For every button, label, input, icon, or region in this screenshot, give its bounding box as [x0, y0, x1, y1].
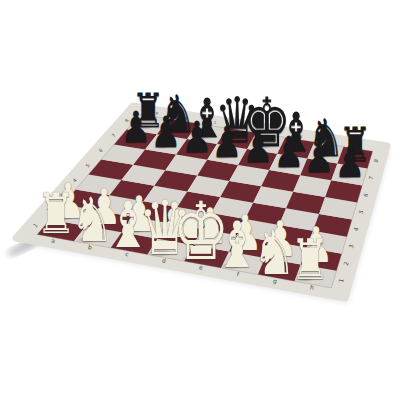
piece-black-pawn-c7: ♟	[181, 116, 212, 159]
piece-black-pawn-h7: ♟	[334, 141, 365, 184]
pieces-layer: ♜♞♝♛♚♝♞♜♟♟♟♟♟♟♟♟♟♟♟♟♟♟♟♟♜♞♝♛♚♝♞♜	[0, 0, 400, 400]
piece-black-pawn-f7: ♟	[273, 131, 304, 174]
piece-white-knight-g1: ♞	[252, 221, 296, 282]
piece-black-pawn-a7: ♟	[120, 106, 151, 149]
piece-white-rook-h1: ♜	[290, 232, 330, 288]
chess-set-product-photo: aabbccddeeffgghh1122334455667788 ♜♞♝♛♚♝♞…	[0, 0, 400, 400]
piece-black-pawn-g7: ♟	[304, 136, 335, 179]
piece-black-pawn-b7: ♟	[151, 111, 182, 154]
piece-black-pawn-d7: ♟	[212, 121, 243, 164]
piece-black-pawn-e7: ♟	[243, 126, 274, 169]
